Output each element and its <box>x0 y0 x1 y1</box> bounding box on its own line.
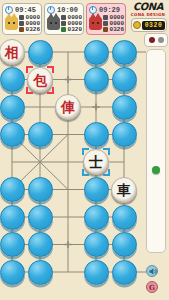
hidden-piece[interactable] <box>28 122 53 147</box>
stat-row: 0320 <box>61 27 82 32</box>
stat-icon <box>19 21 24 26</box>
board-cell[interactable] <box>26 148 54 176</box>
board-cell[interactable] <box>82 176 110 204</box>
board-cell[interactable] <box>0 258 26 286</box>
board-cell[interactable] <box>54 148 82 176</box>
board-cell[interactable] <box>110 93 138 121</box>
board-cell[interactable]: 包 <box>26 66 54 94</box>
hidden-piece[interactable] <box>84 232 109 257</box>
hidden-piece[interactable] <box>0 260 25 285</box>
hidden-piece[interactable] <box>28 232 53 257</box>
hidden-piece[interactable] <box>112 260 137 285</box>
red-monkey-avatar <box>89 17 102 30</box>
hidden-piece[interactable] <box>84 177 109 202</box>
hidden-piece[interactable] <box>0 177 25 202</box>
stat-value: 0326 <box>26 27 40 32</box>
board-cell[interactable] <box>54 121 82 149</box>
board-cell[interactable]: 士 <box>82 148 110 176</box>
logo-subtext: CONA DESIGN <box>128 13 168 17</box>
hidden-piece[interactable] <box>84 260 109 285</box>
stat-icon <box>61 21 66 26</box>
revealed-piece-red[interactable]: 相 <box>0 39 25 65</box>
piece-character: 包 <box>33 73 47 87</box>
hidden-piece[interactable] <box>28 177 53 202</box>
hidden-piece[interactable] <box>112 122 137 147</box>
board-cell[interactable] <box>82 258 110 286</box>
board-grid: 相包俥士車 <box>0 38 138 286</box>
board-cell[interactable] <box>26 121 54 149</box>
gray-indicator-dot <box>158 37 164 43</box>
board-cell[interactable] <box>26 203 54 231</box>
board-cell[interactable]: 相 <box>0 38 26 66</box>
piece-character: 俥 <box>61 100 75 114</box>
hidden-piece[interactable] <box>28 205 53 230</box>
g-badge-icon[interactable]: G <box>146 281 158 293</box>
player-card-3: 09:29000000000326 <box>86 3 126 35</box>
hidden-piece[interactable] <box>112 67 137 92</box>
gray-cat-avatar <box>47 17 60 30</box>
cona-logo: CONA CONA DESIGN <box>128 2 168 17</box>
board-cell[interactable] <box>26 93 54 121</box>
capture-indicator-chip <box>144 33 168 47</box>
player-card-2: 10:00000000000320 <box>44 3 84 35</box>
speaker-icon[interactable] <box>146 265 158 277</box>
logo-text: CONA <box>128 2 168 12</box>
board-cell[interactable] <box>0 203 26 231</box>
board-cell[interactable] <box>82 231 110 259</box>
hidden-piece[interactable] <box>84 205 109 230</box>
revealed-piece-black[interactable]: 士 <box>83 149 109 175</box>
board-cell[interactable] <box>0 121 26 149</box>
board-cell[interactable] <box>0 93 26 121</box>
revealed-piece-red[interactable]: 包 <box>27 67 53 93</box>
board-cell[interactable]: 俥 <box>54 93 82 121</box>
coin-count: 0320 <box>142 21 165 30</box>
board-cell[interactable] <box>54 66 82 94</box>
board-cell[interactable] <box>26 258 54 286</box>
hidden-piece[interactable] <box>84 122 109 147</box>
board-cell[interactable] <box>26 231 54 259</box>
hidden-piece[interactable] <box>112 232 137 257</box>
stat-icon <box>19 15 24 20</box>
hidden-piece[interactable] <box>0 205 25 230</box>
hidden-piece[interactable] <box>112 40 137 65</box>
coin-chip[interactable]: 0320 <box>131 18 167 32</box>
piece-character: 士 <box>89 155 103 169</box>
board-cell[interactable] <box>54 258 82 286</box>
piece-character: 相 <box>5 45 19 59</box>
stat-icon <box>103 15 108 20</box>
player-timer: 09:29 <box>99 6 120 14</box>
board-cell[interactable] <box>54 231 82 259</box>
board-cell[interactable] <box>82 38 110 66</box>
g-badge-label: G <box>149 283 155 292</box>
hidden-piece[interactable] <box>0 95 25 120</box>
player-cards: 09:4500000000032610:0000000000032009:290… <box>2 3 126 35</box>
board-cell[interactable] <box>110 258 138 286</box>
game-screen: 相包俥士車 09:4500000000032610:00000000000320… <box>0 0 169 300</box>
board-cell[interactable] <box>110 66 138 94</box>
board-cell[interactable] <box>0 231 26 259</box>
board-cell[interactable] <box>82 93 110 121</box>
stat-row: 0326 <box>103 27 124 32</box>
board-cell[interactable] <box>82 66 110 94</box>
stat-icon <box>103 21 108 26</box>
yellow-cat-avatar <box>5 17 18 30</box>
hidden-piece[interactable] <box>112 205 137 230</box>
red-indicator-dot <box>149 37 155 43</box>
hidden-piece[interactable] <box>112 95 137 120</box>
player-timer: 09:45 <box>15 6 36 14</box>
turn-indicator-dot <box>152 166 160 174</box>
board-cell[interactable] <box>0 66 26 94</box>
board-cell[interactable] <box>0 148 26 176</box>
board-cell[interactable]: 車 <box>110 176 138 204</box>
piece-character: 車 <box>117 183 131 197</box>
board-cell[interactable] <box>82 203 110 231</box>
board-cell[interactable] <box>110 203 138 231</box>
hidden-piece[interactable] <box>28 260 53 285</box>
player-card-1: 09:45000000000326 <box>2 3 42 35</box>
hidden-piece[interactable] <box>28 40 53 65</box>
board-cell[interactable] <box>0 176 26 204</box>
board-cell[interactable] <box>110 231 138 259</box>
board-cell[interactable] <box>82 121 110 149</box>
coin-icon <box>133 21 141 29</box>
board-cell[interactable] <box>26 176 54 204</box>
revealed-piece-red[interactable]: 俥 <box>55 94 81 120</box>
board-cell[interactable] <box>54 176 82 204</box>
hidden-piece[interactable] <box>0 232 25 257</box>
stat-row: 0326 <box>19 27 40 32</box>
stat-icon <box>19 27 24 32</box>
stat-value: 0326 <box>110 27 124 32</box>
board-cell[interactable] <box>110 121 138 149</box>
board-cell[interactable] <box>26 38 54 66</box>
board-cell[interactable] <box>110 148 138 176</box>
stat-icon <box>103 27 108 32</box>
hidden-piece[interactable] <box>0 122 25 147</box>
stat-icon <box>61 27 66 32</box>
player-timer: 10:00 <box>57 6 78 14</box>
hidden-piece[interactable] <box>84 40 109 65</box>
revealed-piece-black[interactable]: 車 <box>111 177 137 203</box>
board-cell[interactable] <box>54 38 82 66</box>
hidden-piece[interactable] <box>0 67 25 92</box>
side-panel <box>146 49 166 253</box>
hidden-piece[interactable] <box>84 67 109 92</box>
board-cell[interactable] <box>110 38 138 66</box>
board-cell[interactable] <box>54 203 82 231</box>
stat-value: 0320 <box>68 27 82 32</box>
stat-icon <box>61 15 66 20</box>
